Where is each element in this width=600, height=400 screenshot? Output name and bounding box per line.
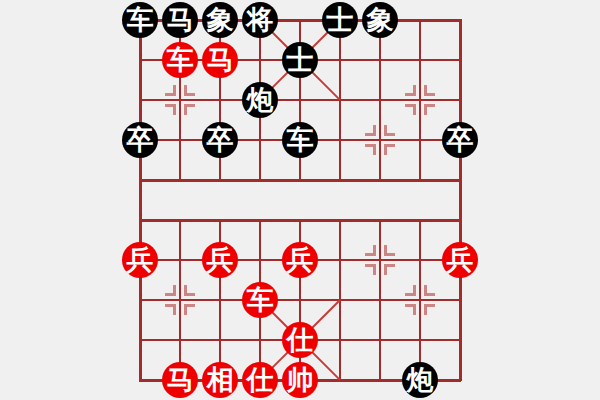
piece-red-advisor[interactable]: 仕 bbox=[282, 322, 318, 358]
star-point-marker bbox=[365, 264, 376, 275]
star-point-marker bbox=[184, 85, 195, 96]
piece-red-chariot[interactable]: 车 bbox=[242, 282, 278, 318]
board-line bbox=[419, 20, 421, 180]
piece-black-elephant[interactable]: 象 bbox=[202, 2, 238, 38]
star-point-marker bbox=[165, 104, 176, 115]
star-point-marker bbox=[384, 264, 395, 275]
piece-black-advisor[interactable]: 士 bbox=[282, 42, 318, 78]
star-point-marker bbox=[165, 304, 176, 315]
star-point-marker bbox=[365, 125, 376, 136]
star-point-marker bbox=[424, 85, 435, 96]
star-point-marker bbox=[365, 144, 376, 155]
star-point-marker bbox=[165, 285, 176, 296]
star-point-marker bbox=[405, 104, 416, 115]
board-grid: 车马象将士象车马士炮卒卒车卒兵兵兵兵车仕马相仕帅炮 bbox=[0, 0, 600, 400]
star-point-marker bbox=[184, 104, 195, 115]
star-point-marker bbox=[184, 285, 195, 296]
star-point-marker bbox=[424, 285, 435, 296]
piece-red-soldier[interactable]: 兵 bbox=[442, 242, 478, 278]
piece-red-advisor[interactable]: 仕 bbox=[242, 362, 278, 398]
star-point-marker bbox=[165, 85, 176, 96]
piece-black-chariot[interactable]: 车 bbox=[122, 2, 158, 38]
piece-black-soldier[interactable]: 卒 bbox=[442, 122, 478, 158]
board-line bbox=[379, 20, 381, 180]
star-point-marker bbox=[424, 104, 435, 115]
star-point-marker bbox=[405, 304, 416, 315]
star-point-marker bbox=[405, 285, 416, 296]
board-line bbox=[179, 220, 181, 380]
board-line bbox=[379, 220, 381, 380]
piece-black-elephant[interactable]: 象 bbox=[362, 2, 398, 38]
piece-black-cannon[interactable]: 炮 bbox=[402, 362, 438, 398]
piece-red-general[interactable]: 帅 bbox=[282, 362, 318, 398]
piece-red-soldier[interactable]: 兵 bbox=[202, 242, 238, 278]
piece-black-general[interactable]: 将 bbox=[242, 2, 278, 38]
star-point-marker bbox=[405, 85, 416, 96]
piece-black-advisor[interactable]: 士 bbox=[322, 2, 358, 38]
piece-black-soldier[interactable]: 卒 bbox=[202, 122, 238, 158]
star-point-marker bbox=[424, 304, 435, 315]
piece-red-elephant[interactable]: 相 bbox=[202, 362, 238, 398]
star-point-marker bbox=[384, 144, 395, 155]
piece-red-chariot[interactable]: 车 bbox=[162, 42, 198, 78]
star-point-marker bbox=[184, 304, 195, 315]
board-line bbox=[139, 19, 142, 381]
piece-red-horse[interactable]: 马 bbox=[202, 42, 238, 78]
board-line bbox=[419, 220, 421, 380]
piece-black-chariot[interactable]: 车 bbox=[282, 122, 318, 158]
xiangqi-board: 车马象将士象车马士炮卒卒车卒兵兵兵兵车仕马相仕帅炮 bbox=[0, 0, 600, 400]
star-point-marker bbox=[384, 125, 395, 136]
piece-red-soldier[interactable]: 兵 bbox=[122, 242, 158, 278]
piece-red-soldier[interactable]: 兵 bbox=[282, 242, 318, 278]
piece-red-horse[interactable]: 马 bbox=[162, 362, 198, 398]
star-point-marker bbox=[365, 245, 376, 256]
piece-black-cannon[interactable]: 炮 bbox=[242, 82, 278, 118]
board-line bbox=[459, 19, 462, 381]
piece-black-soldier[interactable]: 卒 bbox=[122, 122, 158, 158]
star-point-marker bbox=[384, 245, 395, 256]
piece-black-horse[interactable]: 马 bbox=[162, 2, 198, 38]
